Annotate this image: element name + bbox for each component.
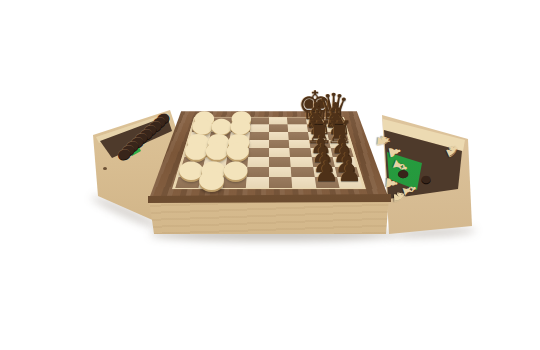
board-square xyxy=(269,177,292,188)
board-square xyxy=(269,132,289,140)
board-square xyxy=(269,167,292,177)
board-square xyxy=(249,132,269,140)
board-square xyxy=(269,157,291,167)
board-square xyxy=(291,167,314,177)
board-square xyxy=(269,117,288,124)
board-square xyxy=(290,157,313,167)
board-square xyxy=(249,140,269,148)
drawer-chess-piece-cream: ♞ xyxy=(390,189,407,205)
board-square xyxy=(246,167,269,177)
drawer-checker-dark: ● xyxy=(397,168,408,178)
checker-piece-light: ● xyxy=(197,167,225,192)
chess-piece-dark-P: ♟ xyxy=(337,158,363,187)
board-square xyxy=(250,117,269,124)
chess-piece-dark-P: ♟ xyxy=(314,158,340,187)
board-square xyxy=(292,177,316,188)
board-square xyxy=(289,148,311,157)
product-photo-scene: ♞♟♝♟♝♞●● ●●●●●●●●●● ●●●●●●●●●●●●●●●♚♛♝♝♞… xyxy=(0,0,540,350)
drawer-checker-dark: ● xyxy=(421,174,431,184)
board-square xyxy=(250,125,269,132)
board-square xyxy=(269,148,290,157)
board-square xyxy=(269,140,289,148)
left-drawer-finger-hole xyxy=(103,167,107,170)
board-square xyxy=(269,125,288,132)
checker-piece-light: ● xyxy=(222,157,249,181)
